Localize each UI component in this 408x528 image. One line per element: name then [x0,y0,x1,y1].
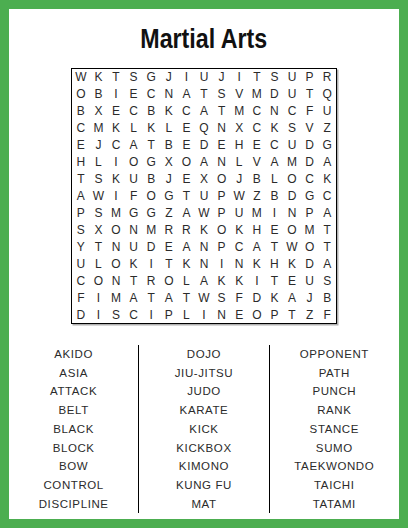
word-item: KICK [139,420,268,439]
puzzle-title: Martial Arts [141,25,268,54]
grid-cell-r2c6[interactable]: N [160,86,178,103]
word-item: SUMO [270,439,399,458]
grid-cell-r8c8[interactable]: U [195,188,213,205]
grid-cell-r6c13[interactable]: M [283,154,301,171]
grid-cell-r4c6[interactable]: L [160,120,178,137]
grid-cell-r7c14[interactable]: C [301,171,319,188]
word-item: ASIA [9,364,138,383]
grid-cell-r8c12[interactable]: B [266,188,284,205]
grid-cell-r8c9[interactable]: P [213,188,231,205]
word-item: PATH [270,364,399,383]
grid-cell-r11c11[interactable]: A [248,238,266,255]
grid-cell-r10c3[interactable]: O [107,221,125,238]
grid-cell-r9c14[interactable]: P [301,204,319,221]
grid-cell-r13c7[interactable]: L [178,272,196,289]
grid-cell-r1c4[interactable]: S [125,69,143,86]
grid-cell-r4c15[interactable]: Z [318,120,336,137]
grid-cell-r5c1[interactable]: E [72,137,90,154]
grid-cell-r3c5[interactable]: B [142,103,160,120]
grid-cell-r2c7[interactable]: A [178,86,196,103]
grid-cell-r12c1[interactable]: U [72,255,90,272]
grid-cell-r8c6[interactable]: G [160,188,178,205]
grid-cell-r6c10[interactable]: L [230,154,248,171]
grid-cell-r6c4[interactable]: O [125,154,143,171]
grid-cell-r5c2[interactable]: J [90,137,108,154]
grid-cell-r8c14[interactable]: G [301,188,319,205]
grid-cell-r10c2[interactable]: X [90,221,108,238]
grid-cell-r6c5[interactable]: G [142,154,160,171]
grid-cell-r12c3[interactable]: O [107,255,125,272]
grid-cell-r12c9[interactable]: I [213,255,231,272]
grid-cell-r4c9[interactable]: N [213,120,231,137]
word-list: AKIDOASIAATTACKBELTBLACKBLOCKBOWCONTROLD… [9,345,399,513]
grid-cell-r5c14[interactable]: D [301,137,319,154]
grid-cell-r10c10[interactable]: K [230,221,248,238]
grid-cell-r11c4[interactable]: U [125,238,143,255]
grid-cell-r5c6[interactable]: B [160,137,178,154]
grid-cell-r15c9[interactable]: N [213,306,231,323]
grid-cell-r3c2[interactable]: X [90,103,108,120]
grid-cell-r12c11[interactable]: K [248,255,266,272]
grid-cell-r15c7[interactable]: L [178,306,196,323]
grid-cell-r14c5[interactable]: T [142,289,160,306]
grid-cell-r14c3[interactable]: M [107,289,125,306]
grid-cell-r11c13[interactable]: W [283,238,301,255]
grid-cell-r3c12[interactable]: N [266,103,284,120]
grid-cell-r9c4[interactable]: G [125,204,143,221]
grid-cell-r9c7[interactable]: A [178,204,196,221]
grid-cell-r12c15[interactable]: A [318,255,336,272]
grid-cell-r4c12[interactable]: K [266,120,284,137]
grid-cell-r6c7[interactable]: O [178,154,196,171]
grid-cell-r7c1[interactable]: T [72,171,90,188]
grid-cell-r10c5[interactable]: M [142,221,160,238]
grid-cell-r8c1[interactable]: A [72,188,90,205]
grid-cell-r14c6[interactable]: A [160,289,178,306]
grid-cell-r4c5[interactable]: K [142,120,160,137]
word-item: STANCE [270,420,399,439]
grid-cell-r11c8[interactable]: N [195,238,213,255]
grid-cell-r5c11[interactable]: E [248,137,266,154]
grid-cell-r6c14[interactable]: D [301,154,319,171]
grid-cell-r13c15[interactable]: S [318,272,336,289]
grid-cell-r6c12[interactable]: A [266,154,284,171]
word-item: DISCIPLINE [9,495,138,514]
grid-cell-r13c2[interactable]: O [90,272,108,289]
grid-cell-r2c10[interactable]: V [230,86,248,103]
grid-cell-r14c1[interactable]: F [72,289,90,306]
grid-cell-r13c3[interactable]: N [107,272,125,289]
grid-cell-r4c11[interactable]: C [248,120,266,137]
grid-cell-r3c11[interactable]: C [248,103,266,120]
word-item: MAT [139,495,268,514]
grid-cell-r10c11[interactable]: H [248,221,266,238]
grid-cell-r11c9[interactable]: P [213,238,231,255]
grid-cell-r5c9[interactable]: E [213,137,231,154]
grid-cell-r9c6[interactable]: Z [160,204,178,221]
grid-cell-r11c15[interactable]: T [318,238,336,255]
word-item: KICKBOX [139,439,268,458]
grid-cell-r12c6[interactable]: T [160,255,178,272]
grid-cell-r14c8[interactable]: W [195,289,213,306]
grid-cell-r2c9[interactable]: S [213,86,231,103]
grid-cell-r3c1[interactable]: B [72,103,90,120]
grid-cell-r11c12[interactable]: T [266,238,284,255]
word-item: JIU-JITSU [139,364,268,383]
grid-cell-r14c9[interactable]: S [213,289,231,306]
grid-cell-r12c10[interactable]: N [230,255,248,272]
grid-cell-r7c11[interactable]: B [248,171,266,188]
grid-cell-r3c8[interactable]: A [195,103,213,120]
grid-cell-r9c10[interactable]: U [230,204,248,221]
grid-cell-r8c15[interactable]: C [318,188,336,205]
grid-cell-r9c2[interactable]: S [90,204,108,221]
worksheet-page: Martial Arts WKTSGJIUJITSUPROBIECNATSVMD… [0,0,408,528]
grid-cell-r1c14[interactable]: P [301,69,319,86]
grid-cell-r3c6[interactable]: K [160,103,178,120]
grid-cell-r12c8[interactable]: N [195,255,213,272]
grid-cell-r1c5[interactable]: G [142,69,160,86]
grid-cell-r9c13[interactable]: N [283,204,301,221]
grid-cell-r10c4[interactable]: N [125,221,143,238]
grid-cell-r14c14[interactable]: J [301,289,319,306]
grid-cell-r9c1[interactable]: P [72,204,90,221]
grid-cell-r8c7[interactable]: T [178,188,196,205]
grid-cell-r1c1[interactable]: W [72,69,90,86]
grid-cell-r4c3[interactable]: K [107,120,125,137]
grid-cell-r3c7[interactable]: C [178,103,196,120]
grid-cell-r8c5[interactable]: O [142,188,160,205]
word-item: KUNG FU [139,476,268,495]
grid-cell-r13c10[interactable]: K [230,272,248,289]
word-item: CONTROL [9,476,138,495]
grid-cell-r11c5[interactable]: D [142,238,160,255]
word-list-column-1: AKIDOASIAATTACKBELTBLACKBLOCKBOWCONTROLD… [9,345,138,513]
word-item: PUNCH [270,382,399,401]
grid-cell-r11c3[interactable]: N [107,238,125,255]
grid-cell-r3c13[interactable]: C [283,103,301,120]
grid-cell-r13c8[interactable]: A [195,272,213,289]
grid-cell-r5c15[interactable]: G [318,137,336,154]
word-item: RANK [270,401,399,420]
grid-cell-r6c15[interactable]: A [318,154,336,171]
grid-cell-r3c15[interactable]: U [318,103,336,120]
word-item: KIMONO [139,457,268,476]
grid-cell-r5c5[interactable]: T [142,137,160,154]
grid-cell-r8c4[interactable]: F [125,188,143,205]
grid-cell-r8c13[interactable]: D [283,188,301,205]
grid-cell-r13c5[interactable]: R [142,272,160,289]
grid-cell-r7c8[interactable]: X [195,171,213,188]
grid-cell-r11c10[interactable]: C [230,238,248,255]
word-item: ATTACK [9,382,138,401]
grid-cell-r15c2[interactable]: I [90,306,108,323]
grid-cell-r4c14[interactable]: V [301,120,319,137]
grid-cell-r3c14[interactable]: F [301,103,319,120]
grid-cell-r7c3[interactable]: K [107,171,125,188]
grid-cell-r10c15[interactable]: T [318,221,336,238]
grid-cell-r13c14[interactable]: U [301,272,319,289]
word-item: OPPONENT [270,345,399,364]
grid-cell-r13c4[interactable]: T [125,272,143,289]
grid-cell-r9c8[interactable]: W [195,204,213,221]
grid-cell-r2c8[interactable]: T [195,86,213,103]
grid-cell-r6c2[interactable]: L [90,154,108,171]
word-item: BELT [9,401,138,420]
grid-cell-r2c11[interactable]: M [248,86,266,103]
grid-cell-r8c10[interactable]: W [230,188,248,205]
grid-cell-r13c9[interactable]: K [213,272,231,289]
grid-cell-r13c11[interactable]: I [248,272,266,289]
grid-cell-r2c3[interactable]: I [107,86,125,103]
grid-cell-r4c2[interactable]: M [90,120,108,137]
word-item: BOW [9,457,138,476]
grid-cell-r13c13[interactable]: E [283,272,301,289]
grid-cell-r5c12[interactable]: C [266,137,284,154]
word-item: DOJO [139,345,268,364]
word-item: TAICHI [270,476,399,495]
grid-cell-r10c12[interactable]: E [266,221,284,238]
grid-cell-r7c5[interactable]: B [142,171,160,188]
word-search-grid: WKTSGJIUJITSUPROBIECNATSVMDUTQBXECBKCATM… [71,68,337,324]
grid-cell-r14c10[interactable]: F [230,289,248,306]
grid-cell-r7c4[interactable]: U [125,171,143,188]
grid-cell-r1c11[interactable]: T [248,69,266,86]
word-list-column-2: DOJOJIU-JITSUJUDOKARATEKICKKICKBOXKIMONO… [138,345,268,513]
grid-cell-r1c13[interactable]: U [283,69,301,86]
grid-cell-r11c2[interactable]: T [90,238,108,255]
grid-cell-r5c10[interactable]: H [230,137,248,154]
grid-cell-r5c8[interactable]: D [195,137,213,154]
grid-cell-r1c12[interactable]: S [266,69,284,86]
grid-cell-r4c8[interactable]: Q [195,120,213,137]
grid-cell-r3c4[interactable]: C [125,103,143,120]
grid-cell-r14c12[interactable]: K [266,289,284,306]
grid-cell-r1c9[interactable]: J [213,69,231,86]
word-item: BLOCK [9,439,138,458]
grid-cell-r14c15[interactable]: B [318,289,336,306]
grid-cell-r2c14[interactable]: T [301,86,319,103]
grid-cell-r12c5[interactable]: I [142,255,160,272]
grid-cell-r9c5[interactable]: G [142,204,160,221]
grid-cell-r7c9[interactable]: O [213,171,231,188]
grid-cell-r2c13[interactable]: U [283,86,301,103]
grid-cell-r15c10[interactable]: E [230,306,248,323]
grid-cell-r2c5[interactable]: C [142,86,160,103]
grid-cell-r5c13[interactable]: U [283,137,301,154]
grid-cell-r14c7[interactable]: T [178,289,196,306]
grid-cell-r9c9[interactable]: P [213,204,231,221]
grid-cell-r15c15[interactable]: F [318,306,336,323]
grid-cell-r4c1[interactable]: C [72,120,90,137]
word-list-column-3: OPPONENTPATHPUNCHRANKSTANCESUMOTAEKWONDO… [269,345,399,513]
grid-cell-r15c4[interactable]: C [125,306,143,323]
grid-cell-r1c7[interactable]: I [178,69,196,86]
grid-cell-r1c8[interactable]: U [195,69,213,86]
grid-cell-r3c3[interactable]: E [107,103,125,120]
grid-cell-r2c15[interactable]: Q [318,86,336,103]
grid-cell-r15c13[interactable]: T [283,306,301,323]
grid-cell-r6c3[interactable]: I [107,154,125,171]
grid-cell-r2c4[interactable]: E [125,86,143,103]
grid-cell-r4c13[interactable]: S [283,120,301,137]
grid-cell-r13c12[interactable]: T [266,272,284,289]
grid-cell-r7c2[interactable]: S [90,171,108,188]
grid-cell-r7c12[interactable]: L [266,171,284,188]
grid-cell-r1c10[interactable]: I [230,69,248,86]
grid-cell-r5c7[interactable]: E [178,137,196,154]
grid-cell-r6c1[interactable]: H [72,154,90,171]
grid-cell-r11c7[interactable]: A [178,238,196,255]
grid-cell-r11c6[interactable]: E [160,238,178,255]
grid-cell-r8c2[interactable]: W [90,188,108,205]
grid-cell-r9c15[interactable]: A [318,204,336,221]
grid-cell-r12c4[interactable]: K [125,255,143,272]
grid-cell-r11c14[interactable]: O [301,238,319,255]
grid-cell-r10c7[interactable]: R [178,221,196,238]
grid-cell-r8c3[interactable]: I [107,188,125,205]
grid-cell-r10c13[interactable]: O [283,221,301,238]
grid-cell-r7c13[interactable]: O [283,171,301,188]
word-item: KARATE [139,401,268,420]
word-item: BLACK [9,420,138,439]
grid-cell-r13c6[interactable]: O [160,272,178,289]
word-item: TAEKWONDO [270,457,399,476]
grid-cell-r7c6[interactable]: J [160,171,178,188]
grid-cell-r15c3[interactable]: S [107,306,125,323]
grid-cell-r14c13[interactable]: A [283,289,301,306]
grid-cell-r10c14[interactable]: M [301,221,319,238]
grid-cell-r4c10[interactable]: X [230,120,248,137]
grid-cell-r10c6[interactable]: R [160,221,178,238]
grid-cell-r7c7[interactable]: E [178,171,196,188]
grid-cell-r12c12[interactable]: H [266,255,284,272]
grid-cell-r10c9[interactable]: O [213,221,231,238]
grid-cell-r15c14[interactable]: Z [301,306,319,323]
grid-cell-r1c2[interactable]: K [90,69,108,86]
word-item: JUDO [139,382,268,401]
grid-cell-r6c11[interactable]: V [248,154,266,171]
grid-cell-r2c12[interactable]: D [266,86,284,103]
grid-cell-r2c2[interactable]: B [90,86,108,103]
grid-cell-r6c6[interactable]: X [160,154,178,171]
grid-cell-r12c14[interactable]: D [301,255,319,272]
grid-cell-r2c1[interactable]: O [72,86,90,103]
grid-cell-r9c12[interactable]: I [266,204,284,221]
grid-cell-r9c11[interactable]: M [248,204,266,221]
grid-cell-r7c15[interactable]: K [318,171,336,188]
grid-cell-r4c4[interactable]: L [125,120,143,137]
grid-cell-r5c4[interactable]: A [125,137,143,154]
grid-cell-r3c10[interactable]: M [230,103,248,120]
grid-cell-r15c12[interactable]: P [266,306,284,323]
word-item: TATAMI [270,495,399,514]
grid-cell-r15c8[interactable]: I [195,306,213,323]
grid-cell-r11c1[interactable]: Y [72,238,90,255]
grid-cell-r1c3[interactable]: T [107,69,125,86]
title-area: Martial Arts [9,9,399,54]
grid-cell-r6c8[interactable]: A [195,154,213,171]
grid-cell-r14c11[interactable]: D [248,289,266,306]
grid-cell-r9c3[interactable]: M [107,204,125,221]
grid-cell-r12c13[interactable]: K [283,255,301,272]
grid-cell-r15c11[interactable]: O [248,306,266,323]
word-item: AKIDO [9,345,138,364]
grid-cell-r4c7[interactable]: E [178,120,196,137]
grid-cell-r14c2[interactable]: I [90,289,108,306]
grid-cell-r1c6[interactable]: J [160,69,178,86]
grid-cell-r5c3[interactable]: C [107,137,125,154]
grid-cell-r6c9[interactable]: N [213,154,231,171]
grid-cell-r12c2[interactable]: L [90,255,108,272]
grid-cell-r13c1[interactable]: C [72,272,90,289]
grid-cell-r14c4[interactable]: A [125,289,143,306]
grid-cell-r10c1[interactable]: S [72,221,90,238]
grid-cell-r12c7[interactable]: K [178,255,196,272]
grid-cell-r15c6[interactable]: P [160,306,178,323]
grid-cell-r1c15[interactable]: R [318,69,336,86]
grid-cell-r10c8[interactable]: K [195,221,213,238]
grid-cell-r8c11[interactable]: Z [248,188,266,205]
grid-cell-r3c9[interactable]: T [213,103,231,120]
grid-cell-r7c10[interactable]: J [230,171,248,188]
grid-cell-r15c5[interactable]: I [142,306,160,323]
grid-cell-r15c1[interactable]: D [72,306,90,323]
